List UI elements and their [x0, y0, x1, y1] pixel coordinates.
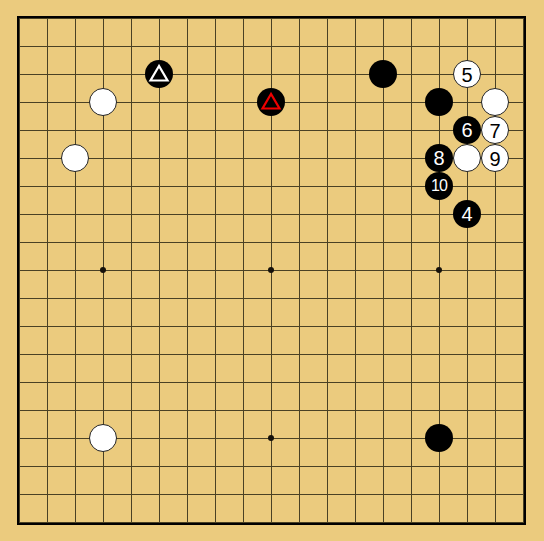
go-diagram: 56789104 [0, 0, 544, 541]
white-stone: 5 [453, 60, 481, 88]
move-number: 8 [425, 144, 453, 172]
triangle-marker-icon [145, 60, 173, 88]
black-stone [257, 88, 285, 116]
white-stone [89, 424, 117, 452]
black-stone [425, 88, 453, 116]
move-number: 7 [482, 117, 508, 143]
white-stone [453, 144, 481, 172]
star-point [100, 267, 106, 273]
black-stone: 4 [453, 200, 481, 228]
move-number: 4 [453, 200, 481, 228]
black-stone: 6 [453, 116, 481, 144]
white-stone: 7 [481, 116, 509, 144]
move-number: 5 [454, 61, 480, 87]
black-stone [145, 60, 173, 88]
black-stone [425, 424, 453, 452]
move-number: 9 [482, 145, 508, 171]
move-number: 10 [425, 172, 453, 200]
white-stone [61, 144, 89, 172]
black-stone: 8 [425, 144, 453, 172]
black-stone [369, 60, 397, 88]
move-number: 6 [453, 116, 481, 144]
white-stone [89, 88, 117, 116]
white-stone: 9 [481, 144, 509, 172]
white-stone [481, 88, 509, 116]
star-point [268, 267, 274, 273]
board-grid: 56789104 [19, 18, 524, 523]
black-stone: 10 [425, 172, 453, 200]
star-point [436, 267, 442, 273]
star-point [268, 435, 274, 441]
triangle-marker-icon [257, 88, 285, 116]
